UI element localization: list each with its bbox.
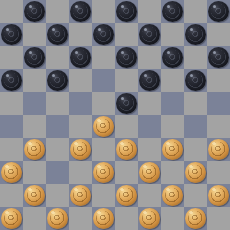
board-square-dark[interactable] xyxy=(69,46,92,69)
black-man[interactable] xyxy=(139,24,160,45)
board-square-dark[interactable] xyxy=(138,207,161,230)
black-man[interactable] xyxy=(116,1,137,22)
board-square-light xyxy=(46,92,69,115)
board-square-dark[interactable] xyxy=(46,23,69,46)
board-square-dark[interactable] xyxy=(138,161,161,184)
board-square-dark[interactable] xyxy=(115,92,138,115)
white-man[interactable] xyxy=(162,139,183,160)
board-square-dark[interactable] xyxy=(46,115,69,138)
board-square-light xyxy=(207,69,230,92)
board-square-light xyxy=(161,207,184,230)
board-square-dark[interactable] xyxy=(69,138,92,161)
board-square-light xyxy=(115,69,138,92)
white-man[interactable] xyxy=(116,139,137,160)
white-man[interactable] xyxy=(1,208,22,229)
white-man[interactable] xyxy=(162,185,183,206)
board-square-dark[interactable] xyxy=(46,69,69,92)
board-square-light xyxy=(46,138,69,161)
board-square-dark[interactable] xyxy=(184,23,207,46)
board-square-light xyxy=(184,92,207,115)
board-square-dark[interactable] xyxy=(23,0,46,23)
board-square-light xyxy=(23,115,46,138)
board-square-light xyxy=(23,161,46,184)
white-man[interactable] xyxy=(70,139,91,160)
black-man[interactable] xyxy=(139,70,160,91)
white-man[interactable] xyxy=(185,208,206,229)
board-square-light xyxy=(46,46,69,69)
board-square-light xyxy=(161,115,184,138)
white-man[interactable] xyxy=(47,208,68,229)
white-man[interactable] xyxy=(24,139,45,160)
board-square-light xyxy=(92,0,115,23)
board-square-dark[interactable] xyxy=(207,46,230,69)
board-square-dark[interactable] xyxy=(0,115,23,138)
board-square-dark[interactable] xyxy=(184,115,207,138)
board-square-light xyxy=(138,184,161,207)
black-man[interactable] xyxy=(162,1,183,22)
black-man[interactable] xyxy=(24,47,45,68)
board-square-light xyxy=(0,0,23,23)
white-man[interactable] xyxy=(208,139,229,160)
board-square-dark[interactable] xyxy=(0,69,23,92)
board-square-dark[interactable] xyxy=(184,207,207,230)
board-square-light xyxy=(23,69,46,92)
board-square-dark[interactable] xyxy=(207,0,230,23)
board-square-dark[interactable] xyxy=(23,92,46,115)
board-square-light xyxy=(115,115,138,138)
board-square-dark[interactable] xyxy=(184,161,207,184)
black-man[interactable] xyxy=(1,70,22,91)
board-square-dark[interactable] xyxy=(184,69,207,92)
black-man[interactable] xyxy=(93,24,114,45)
board-square-dark[interactable] xyxy=(207,92,230,115)
board-square-dark[interactable] xyxy=(92,207,115,230)
draughts-board xyxy=(0,0,230,230)
board-square-light xyxy=(115,161,138,184)
board-square-dark[interactable] xyxy=(161,46,184,69)
board-square-light xyxy=(69,23,92,46)
board-square-dark[interactable] xyxy=(138,115,161,138)
board-square-light xyxy=(115,207,138,230)
board-square-dark[interactable] xyxy=(69,184,92,207)
black-man[interactable] xyxy=(1,24,22,45)
white-man[interactable] xyxy=(93,208,114,229)
board-square-light xyxy=(46,184,69,207)
board-square-light xyxy=(115,23,138,46)
board-square-light xyxy=(92,92,115,115)
white-man[interactable] xyxy=(185,162,206,183)
board-square-dark[interactable] xyxy=(92,69,115,92)
board-square-dark[interactable] xyxy=(69,92,92,115)
board-square-dark[interactable] xyxy=(161,92,184,115)
black-man[interactable] xyxy=(162,47,183,68)
board-square-dark[interactable] xyxy=(138,69,161,92)
black-man[interactable] xyxy=(208,1,229,22)
board-square-light xyxy=(138,138,161,161)
board-square-light xyxy=(138,92,161,115)
board-square-light xyxy=(23,207,46,230)
black-man[interactable] xyxy=(47,70,68,91)
black-man[interactable] xyxy=(116,47,137,68)
white-man[interactable] xyxy=(93,162,114,183)
board-square-dark[interactable] xyxy=(23,184,46,207)
black-man[interactable] xyxy=(208,47,229,68)
white-man[interactable] xyxy=(116,185,137,206)
board-square-light xyxy=(161,69,184,92)
board-square-light xyxy=(69,69,92,92)
board-square-light xyxy=(92,46,115,69)
board-square-light xyxy=(207,23,230,46)
board-square-light xyxy=(161,161,184,184)
board-square-light xyxy=(184,46,207,69)
black-man[interactable] xyxy=(70,1,91,22)
white-man[interactable] xyxy=(139,208,160,229)
board-square-light xyxy=(46,0,69,23)
board-square-light xyxy=(69,115,92,138)
board-square-dark[interactable] xyxy=(115,184,138,207)
board-square-dark[interactable] xyxy=(138,23,161,46)
white-man[interactable] xyxy=(1,162,22,183)
black-man[interactable] xyxy=(24,1,45,22)
board-square-light xyxy=(0,138,23,161)
board-square-dark[interactable] xyxy=(161,0,184,23)
board-square-dark[interactable] xyxy=(46,161,69,184)
board-square-dark[interactable] xyxy=(46,207,69,230)
board-square-dark[interactable] xyxy=(115,46,138,69)
board-square-dark[interactable] xyxy=(115,0,138,23)
board-square-dark[interactable] xyxy=(23,46,46,69)
board-square-light xyxy=(184,138,207,161)
black-man[interactable] xyxy=(70,47,91,68)
white-man[interactable] xyxy=(24,185,45,206)
board-square-dark[interactable] xyxy=(161,138,184,161)
board-square-dark[interactable] xyxy=(92,161,115,184)
board-square-dark[interactable] xyxy=(0,23,23,46)
white-man[interactable] xyxy=(208,185,229,206)
board-square-light xyxy=(138,0,161,23)
white-man[interactable] xyxy=(93,116,114,137)
board-square-light xyxy=(0,46,23,69)
board-square-dark[interactable] xyxy=(92,23,115,46)
board-square-light xyxy=(0,184,23,207)
board-square-light xyxy=(184,0,207,23)
board-square-light xyxy=(92,184,115,207)
board-square-dark[interactable] xyxy=(69,0,92,23)
board-square-light xyxy=(207,161,230,184)
black-man[interactable] xyxy=(116,93,137,114)
board-square-dark[interactable] xyxy=(23,138,46,161)
board-square-light xyxy=(207,115,230,138)
board-square-light xyxy=(207,207,230,230)
board-square-dark[interactable] xyxy=(207,138,230,161)
white-man[interactable] xyxy=(70,185,91,206)
black-man[interactable] xyxy=(185,24,206,45)
board-square-dark[interactable] xyxy=(0,161,23,184)
board-square-light xyxy=(184,184,207,207)
board-square-dark[interactable] xyxy=(92,115,115,138)
board-square-dark[interactable] xyxy=(207,184,230,207)
board-square-light xyxy=(69,207,92,230)
black-man[interactable] xyxy=(185,70,206,91)
black-man[interactable] xyxy=(47,24,68,45)
board-square-light xyxy=(92,138,115,161)
board-square-dark[interactable] xyxy=(115,138,138,161)
board-square-light xyxy=(23,23,46,46)
board-square-light xyxy=(0,92,23,115)
board-square-dark[interactable] xyxy=(0,207,23,230)
board-square-light xyxy=(138,46,161,69)
white-man[interactable] xyxy=(139,162,160,183)
board-square-light xyxy=(161,23,184,46)
board-square-dark[interactable] xyxy=(161,184,184,207)
board-square-light xyxy=(69,161,92,184)
